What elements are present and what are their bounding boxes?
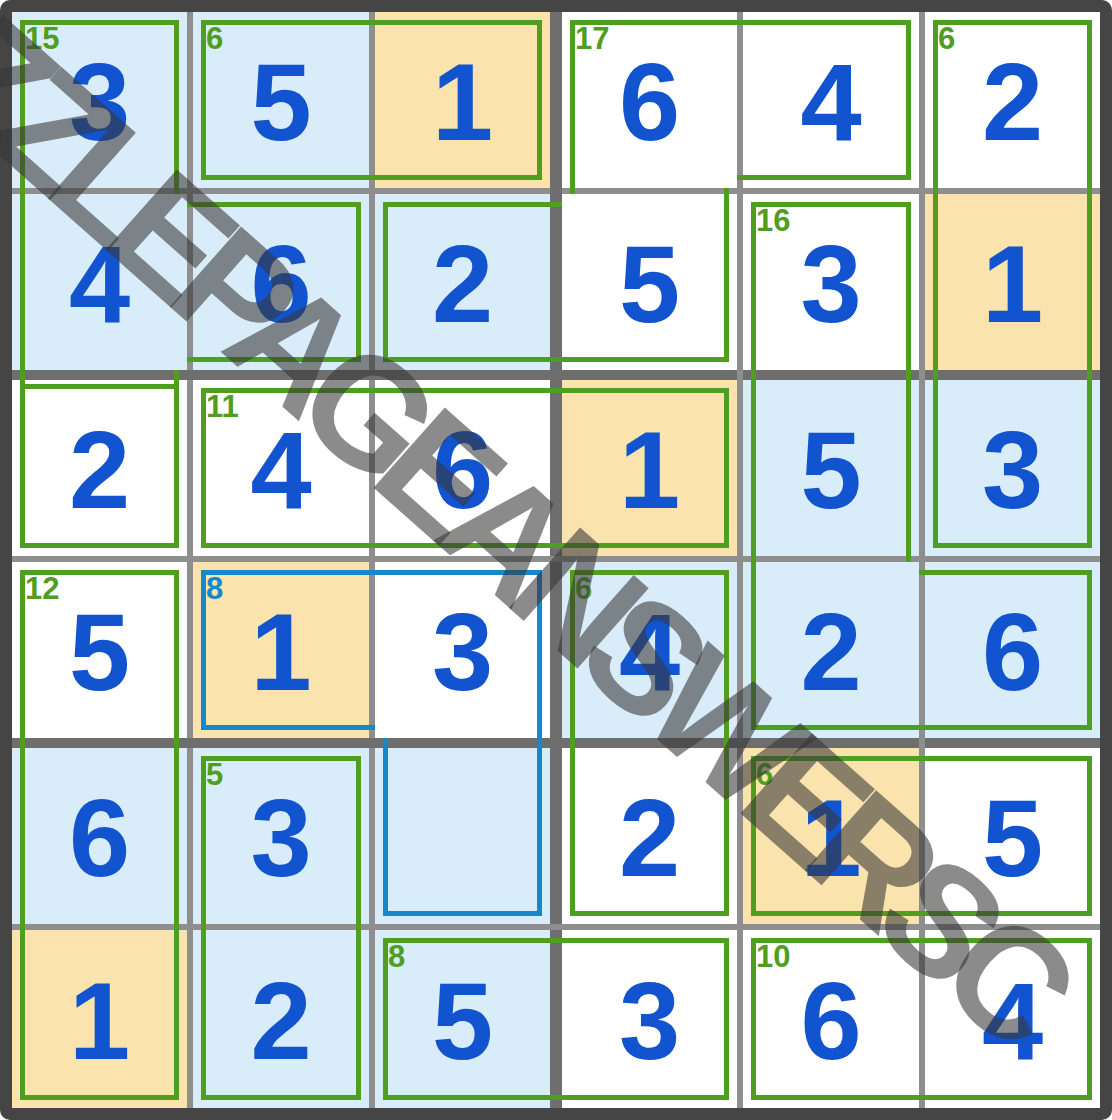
killer-sudoku-board: 3516424625312461535134266321512536415617… [0,0,1112,1120]
cell-r6c2: 2 [193,930,369,1108]
cell-value: 3 [800,229,861,339]
grid-line-horizontal [12,738,1100,748]
cell-value: 5 [800,415,861,525]
cell-r6c6: 4 [925,930,1100,1108]
cell-value: 6 [250,229,311,339]
cell-value: 3 [619,966,680,1076]
cell-r4c3: 3 [375,562,550,738]
cell-r3c3: 6 [375,380,550,556]
cell-value: 5 [250,47,311,157]
cell-value: 6 [619,47,680,157]
cell-r2c3: 2 [375,194,550,370]
cell-value: 4 [800,47,861,157]
cell-value: 6 [982,597,1043,707]
cell-r5c4: 2 [562,748,737,924]
cell-value: 4 [250,415,311,525]
cell-value: 1 [69,966,130,1076]
cell-value: 2 [250,966,311,1076]
cell-value: 1 [982,229,1043,339]
cell-value: 6 [432,415,493,525]
killer-sudoku-answer-image: 3516424625312461535134266321512536415617… [0,0,1112,1120]
cell-r5c6: 5 [925,748,1100,924]
cell-value: 1 [250,597,311,707]
cell-value: 4 [69,229,130,339]
cell-r1c5: 4 [743,12,919,188]
cell-value: 5 [69,597,130,707]
cell-r2c6: 1 [925,194,1100,370]
cell-r4c4: 4 [562,562,737,738]
cell-r3c1: 2 [12,380,187,556]
cell-r1c3: 1 [375,12,550,188]
cell-value: 2 [982,47,1043,157]
cell-value: 5 [619,229,680,339]
cell-r4c2: 1 [193,562,369,738]
cell-value: 1 [800,783,861,893]
cell-value: 4 [619,597,680,707]
cell-r3c4: 1 [562,380,737,556]
cell-r5c5: 1 [743,748,919,924]
cell-value: 5 [432,966,493,1076]
cell-r3c2: 4 [193,380,369,556]
cell-r1c2: 5 [193,12,369,188]
cell-r2c2: 6 [193,194,369,370]
cell-r2c1: 4 [12,194,187,370]
cell-value: 3 [982,415,1043,525]
cell-value: 2 [432,229,493,339]
cell-value: 1 [432,47,493,157]
cell-r3c6: 3 [925,380,1100,556]
cell-value: 6 [69,783,130,893]
cell-r2c5: 3 [743,194,919,370]
cell-value: 2 [69,415,130,525]
cell-value: 1 [619,415,680,525]
cell-r1c4: 6 [562,12,737,188]
cell-value: 2 [619,783,680,893]
cell-r3c5: 5 [743,380,919,556]
cell-r1c6: 2 [925,12,1100,188]
cell-r2c4: 5 [562,194,737,370]
cell-value: 3 [69,47,130,157]
cell-r5c2: 3 [193,748,369,924]
cell-r1c1: 3 [12,12,187,188]
cell-r6c3: 5 [375,930,550,1108]
cell-value: 3 [250,783,311,893]
cell-value: 3 [432,597,493,707]
cell-r4c5: 2 [743,562,919,738]
cell-value: 2 [800,597,861,707]
cell-r5c1: 6 [12,748,187,924]
cell-r4c1: 5 [12,562,187,738]
cell-r6c5: 6 [743,930,919,1108]
cell-value: 6 [800,966,861,1076]
cell-r4c6: 6 [925,562,1100,738]
board-grid: 3516424625312461535134266321512536415617… [12,12,1100,1108]
cell-r6c1: 1 [12,930,187,1108]
cell-value: 4 [982,966,1043,1076]
cell-r6c4: 3 [562,930,737,1108]
cell-r5c3 [375,748,550,924]
cell-value: 5 [982,783,1043,893]
